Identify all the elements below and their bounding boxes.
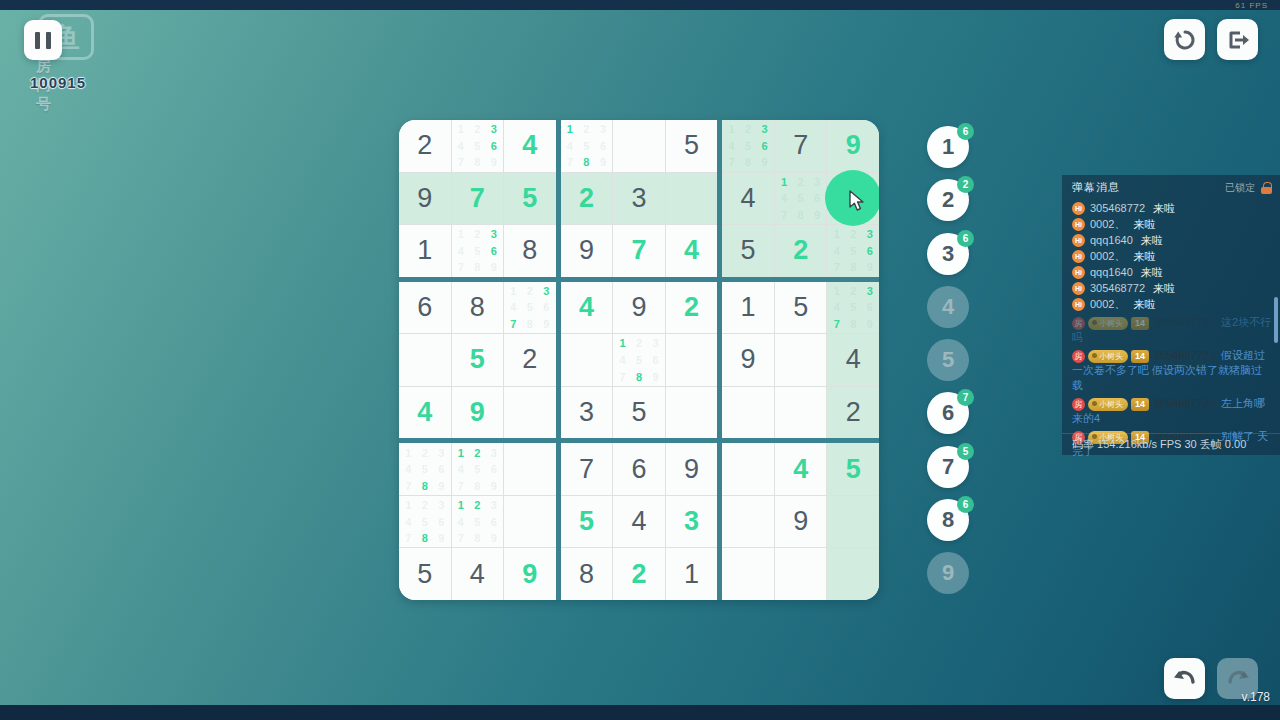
cell-r7c9[interactable]: 5: [827, 443, 879, 495]
arrival-action: 来啦: [1141, 265, 1163, 280]
hi-badge-icon: Hi: [1072, 298, 1085, 311]
arrival-message: Hiqqq1640来啦: [1072, 232, 1272, 248]
cell-digit: 7: [631, 235, 646, 266]
cell-r8c3[interactable]: [504, 496, 556, 548]
cell-r2c6[interactable]: [666, 173, 718, 225]
cell-r7c1[interactable]: 123456789: [399, 443, 451, 495]
cell-r6c4[interactable]: 3: [561, 387, 613, 439]
cell-digit: 5: [793, 292, 808, 323]
fan-club-badge-icon: 小树头: [1088, 317, 1128, 330]
pause-button[interactable]: [24, 20, 62, 60]
cell-digit: 4: [631, 506, 646, 537]
cell-digit: 8: [470, 292, 485, 323]
box-1-1: 2123456789497511234567898: [399, 120, 556, 277]
cell-digit: 9: [741, 344, 756, 375]
cell-digit: 7: [579, 454, 594, 485]
cell-r6c2[interactable]: 9: [452, 387, 504, 439]
pencil-marks: 123456789: [828, 226, 878, 276]
cell-r6c6[interactable]: [666, 387, 718, 439]
room-admin-badge-icon: 房: [1072, 398, 1085, 411]
hi-badge-icon: Hi: [1072, 250, 1085, 263]
cell-digit: 2: [522, 344, 537, 375]
cell-digit: 9: [579, 235, 594, 266]
cell-r5c9[interactable]: 4: [827, 334, 879, 386]
remaining-count-badge: 6: [957, 230, 974, 247]
arrival-message: Hi0002、来啦: [1072, 248, 1272, 264]
danmaku-header: 弹幕消息 已锁定: [1062, 175, 1280, 198]
cell-r1c2[interactable]: 123456789: [452, 120, 504, 172]
cell-digit: 2: [579, 183, 594, 214]
numpad-button-9[interactable]: 9: [927, 552, 969, 594]
cell-r9c5[interactable]: 2: [613, 548, 665, 600]
danmaku-panel: 弹幕消息 已锁定 Hi305468772来啦Hi0002、来啦Hiqqq1640…: [1062, 175, 1280, 455]
cell-digit: 2: [631, 559, 646, 590]
chat-username: 305468772：: [1154, 349, 1220, 361]
cell-r2c4[interactable]: 2: [561, 173, 613, 225]
danmaku-lock-label: 已锁定: [1225, 181, 1255, 195]
danmaku-message-list: Hi305468772来啦Hi0002、来啦Hiqqq1640来啦Hi0002、…: [1062, 198, 1280, 459]
arrival-action: 来啦: [1153, 281, 1175, 296]
cell-digit: 5: [631, 397, 646, 428]
mouse-cursor-icon: [849, 190, 867, 212]
cell-r5c4[interactable]: [561, 334, 613, 386]
cell-r8c1[interactable]: 123456789: [399, 496, 451, 548]
cell-r5c7[interactable]: 9: [722, 334, 774, 386]
cell-r4c7[interactable]: 1: [722, 282, 774, 334]
pause-icon: [35, 32, 40, 49]
remaining-count-badge: 2: [957, 176, 974, 193]
cell-r4c9[interactable]: 123456789: [827, 282, 879, 334]
cell-digit: 4: [846, 344, 861, 375]
cell-r7c5[interactable]: 6: [613, 443, 665, 495]
hi-badge-icon: Hi: [1072, 282, 1085, 295]
numpad-button-6[interactable]: 67: [927, 392, 969, 434]
cell-r9c6[interactable]: 1: [666, 548, 718, 600]
cell-r8c6[interactable]: 3: [666, 496, 718, 548]
undo-button[interactable]: [1164, 658, 1205, 699]
chat-message: 房小树头14305468772：假设超过一次卷不多了吧 假设两次错了就猪脑过载: [1072, 348, 1272, 393]
cell-r8c2[interactable]: 123456789: [452, 496, 504, 548]
cell-digit: 8: [522, 235, 537, 266]
cell-r4c4[interactable]: 4: [561, 282, 613, 334]
arrival-action: 来啦: [1133, 297, 1155, 312]
room-admin-badge-icon: 房: [1072, 350, 1085, 363]
cell-digit: 2: [793, 235, 808, 266]
arrival-message: Hi305468772来啦: [1072, 200, 1272, 216]
stream-stats: 码率 154.216kb/s FPS 30 丢帧 0.00: [1062, 433, 1280, 455]
room-number-value: 100915: [30, 74, 86, 91]
cell-r7c8[interactable]: 4: [775, 443, 827, 495]
cell-digit: 1: [741, 292, 756, 323]
cell-digit: 2: [684, 292, 699, 323]
cell-r1c1[interactable]: 2: [399, 120, 451, 172]
box-2-1: 681234567895249: [399, 282, 556, 439]
cell-digit: 5: [470, 344, 485, 375]
cell-r1c6[interactable]: 5: [666, 120, 718, 172]
numpad-button-7[interactable]: 75: [927, 446, 969, 488]
danmaku-title: 弹幕消息: [1072, 180, 1120, 195]
cell-r1c5[interactable]: [613, 120, 665, 172]
cell-r6c8[interactable]: [775, 387, 827, 439]
cell-r7c7[interactable]: [722, 443, 774, 495]
cell-r1c7[interactable]: 123456789: [722, 120, 774, 172]
numpad-button-5[interactable]: 5: [927, 339, 969, 381]
version-label: v.178: [1242, 690, 1270, 704]
cell-r3c4[interactable]: 9: [561, 225, 613, 277]
cell-r8c4[interactable]: 5: [561, 496, 613, 548]
box-2-2: 49212345678935: [561, 282, 718, 439]
pencil-marks: 123456789: [453, 121, 503, 171]
arrival-action: 来啦: [1133, 249, 1155, 264]
chat-message: 房小树头14305468772：左上角哪来的4: [1072, 396, 1272, 426]
cell-r9c2[interactable]: 4: [452, 548, 504, 600]
lock-icon[interactable]: [1261, 182, 1272, 194]
cell-digit: 6: [417, 292, 432, 323]
cell-r5c3[interactable]: 2: [504, 334, 556, 386]
level-badge-icon: 14: [1131, 398, 1149, 411]
arrival-message: Hi305468772来啦: [1072, 280, 1272, 296]
cell-r6c7[interactable]: [722, 387, 774, 439]
cell-digit: 8: [579, 559, 594, 590]
cell-digit: 5: [417, 559, 432, 590]
hi-badge-icon: Hi: [1072, 234, 1085, 247]
cell-r1c3[interactable]: 4: [504, 120, 556, 172]
numpad-button-1[interactable]: 16: [927, 126, 969, 168]
pencil-marks: 123456789: [828, 283, 878, 333]
cell-r2c9[interactable]: [827, 173, 879, 225]
cell-r1c4[interactable]: 123456789: [561, 120, 613, 172]
cell-r7c3[interactable]: [504, 443, 556, 495]
cell-r2c3[interactable]: 5: [504, 173, 556, 225]
pencil-marks: 123456789: [614, 335, 664, 385]
cell-r4c1[interactable]: 6: [399, 282, 451, 334]
numpad-button-4[interactable]: 4: [927, 286, 969, 328]
cell-r3c3[interactable]: 8: [504, 225, 556, 277]
pencil-marks: 123456789: [453, 497, 503, 547]
cell-r7c4[interactable]: 7: [561, 443, 613, 495]
cell-digit: 3: [684, 506, 699, 537]
exit-button[interactable]: [1217, 19, 1258, 60]
arrival-username: qqq1640: [1090, 266, 1133, 278]
cell-digit: 9: [684, 454, 699, 485]
fan-club-badge-icon: 小树头: [1088, 398, 1128, 411]
cell-r6c5[interactable]: 5: [613, 387, 665, 439]
chat-username: 305468772：: [1154, 316, 1220, 328]
cell-digit: 9: [631, 292, 646, 323]
cell-digit: 4: [684, 235, 699, 266]
remaining-count-badge: 6: [957, 123, 974, 140]
arrival-message: Hi0002、来啦: [1072, 216, 1272, 232]
cell-r9c1[interactable]: 5: [399, 548, 451, 600]
cell-digit: 1: [684, 559, 699, 590]
room-admin-badge-icon: 房: [1072, 317, 1085, 330]
box-3-2: 769543821: [561, 443, 718, 600]
level-badge-icon: 14: [1131, 317, 1149, 330]
cell-r1c9[interactable]: 9: [827, 120, 879, 172]
arrival-message: Hiqqq1640来啦: [1072, 264, 1272, 280]
box-3-3: 459: [722, 443, 879, 600]
cell-digit: 5: [579, 506, 594, 537]
cell-r3c9[interactable]: 123456789: [827, 225, 879, 277]
cell-digit: 9: [793, 506, 808, 537]
cell-digit: 4: [579, 292, 594, 323]
numpad-button-3[interactable]: 36: [927, 233, 969, 275]
undo-icon: [1172, 666, 1198, 692]
cell-r4c3[interactable]: 123456789: [504, 282, 556, 334]
fps-overlay: 61 FPS: [1235, 1, 1268, 10]
cell-digit: 4: [470, 559, 485, 590]
cell-digit: 3: [579, 397, 594, 428]
box-3-1: 123456789123456789123456789123456789549: [399, 443, 556, 600]
cell-digit: 9: [522, 559, 537, 590]
pencil-marks: 123456789: [453, 444, 503, 494]
remaining-count-badge: 6: [957, 496, 974, 513]
cell-digit: 2: [846, 397, 861, 428]
cell-r3c1[interactable]: 1: [399, 225, 451, 277]
number-pad: 162236456775869: [927, 126, 969, 594]
arrival-action: 来啦: [1133, 217, 1155, 232]
box-2-3: 15123456789942: [722, 282, 879, 439]
cell-digit: 7: [470, 183, 485, 214]
cell-r8c9[interactable]: [827, 496, 879, 548]
cell-digit: 1: [417, 235, 432, 266]
arrival-username: 305468772: [1090, 282, 1145, 294]
pencil-marks: 123456789: [453, 226, 503, 276]
level-badge-icon: 14: [1131, 350, 1149, 363]
chat-username: 305468772：: [1154, 397, 1220, 409]
cell-digit: 4: [417, 397, 432, 428]
bottom-letterbox-strip: [0, 705, 1280, 720]
exit-icon: [1226, 28, 1250, 52]
arrival-username: qqq1640: [1090, 234, 1133, 246]
cell-r2c2[interactable]: 7: [452, 173, 504, 225]
cell-r6c3[interactable]: [504, 387, 556, 439]
pencil-marks: 123456789: [776, 174, 826, 224]
pencil-marks: 123456789: [562, 121, 612, 171]
pencil-marks: 123456789: [505, 283, 555, 333]
cell-r8c7[interactable]: [722, 496, 774, 548]
cell-r4c8[interactable]: 5: [775, 282, 827, 334]
top-letterbox-strip: 61 FPS: [0, 0, 1280, 10]
cell-r5c6[interactable]: [666, 334, 718, 386]
pencil-marks: 123456789: [400, 497, 450, 547]
cell-r5c1[interactable]: [399, 334, 451, 386]
cell-r3c7[interactable]: 5: [722, 225, 774, 277]
box-1-2: 123456789523974: [561, 120, 718, 277]
remaining-count-badge: 5: [957, 443, 974, 460]
arrival-action: 来啦: [1141, 233, 1163, 248]
cell-r8c8[interactable]: 9: [775, 496, 827, 548]
cell-r3c8[interactable]: 2: [775, 225, 827, 277]
arrival-username: 305468772: [1090, 202, 1145, 214]
cell-r5c5[interactable]: 123456789: [613, 334, 665, 386]
cell-digit: 6: [631, 454, 646, 485]
chat-message: 房小树头14305468772：这2块不行吗: [1072, 315, 1272, 345]
cell-r2c8[interactable]: 123456789: [775, 173, 827, 225]
arrival-username: 0002、: [1090, 217, 1125, 232]
arrival-username: 0002、: [1090, 249, 1125, 264]
restart-button[interactable]: [1164, 19, 1205, 60]
numpad-button-8[interactable]: 86: [927, 499, 969, 541]
pencil-marks: 123456789: [723, 121, 773, 171]
cell-digit: 9: [417, 183, 432, 214]
hi-badge-icon: Hi: [1072, 266, 1085, 279]
cell-r7c6[interactable]: 9: [666, 443, 718, 495]
remaining-count-badge: 7: [957, 389, 974, 406]
hi-badge-icon: Hi: [1072, 218, 1085, 231]
fan-club-badge-icon: 小树头: [1088, 350, 1128, 363]
cell-digit: 5: [741, 235, 756, 266]
chat-scrollbar-thumb[interactable]: [1274, 297, 1278, 343]
restart-icon: [1173, 28, 1197, 52]
cell-digit: 5: [522, 183, 537, 214]
cell-r3c2[interactable]: 123456789: [452, 225, 504, 277]
cell-r5c2[interactable]: 5: [452, 334, 504, 386]
cell-digit: 5: [846, 454, 861, 485]
cell-r2c5[interactable]: 3: [613, 173, 665, 225]
arrival-username: 0002、: [1090, 297, 1125, 312]
cell-r9c9[interactable]: [827, 548, 879, 600]
cell-digit: 9: [470, 397, 485, 428]
cell-digit: 4: [522, 130, 537, 161]
numpad-button-2[interactable]: 22: [927, 179, 969, 221]
cell-digit: 9: [846, 130, 861, 161]
redo-icon: [1225, 666, 1251, 692]
hi-badge-icon: Hi: [1072, 202, 1085, 215]
cell-r4c5[interactable]: 9: [613, 282, 665, 334]
cell-r5c8[interactable]: [775, 334, 827, 386]
cell-r1c8[interactable]: 7: [775, 120, 827, 172]
cell-r6c1[interactable]: 4: [399, 387, 451, 439]
cell-r6c9[interactable]: 2: [827, 387, 879, 439]
cell-r2c1[interactable]: 9: [399, 173, 451, 225]
cell-digit: 5: [684, 130, 699, 161]
cell-digit: 3: [631, 183, 646, 214]
pause-icon: [46, 32, 51, 49]
cell-r2c7[interactable]: 4: [722, 173, 774, 225]
cell-digit: 2: [417, 130, 432, 161]
cell-r3c5[interactable]: 7: [613, 225, 665, 277]
cell-digit: 4: [793, 454, 808, 485]
arrival-message: Hi0002、来啦: [1072, 296, 1272, 312]
cell-r9c8[interactable]: [775, 548, 827, 600]
cell-r4c2[interactable]: 8: [452, 282, 504, 334]
cell-digit: 7: [793, 130, 808, 161]
cell-digit: 4: [741, 183, 756, 214]
cell-r7c2[interactable]: 123456789: [452, 443, 504, 495]
cell-r9c3[interactable]: 9: [504, 548, 556, 600]
cell-r8c5[interactable]: 4: [613, 496, 665, 548]
box-1-3: 123456789794123456789 52123456789: [722, 120, 879, 277]
cell-r9c7[interactable]: [722, 548, 774, 600]
pencil-marks: 123456789: [400, 444, 450, 494]
sudoku-board: 2123456789497511234567898123456789523974…: [399, 120, 879, 600]
cell-r3c6[interactable]: 4: [666, 225, 718, 277]
cell-r4c6[interactable]: 2: [666, 282, 718, 334]
cell-r9c4[interactable]: 8: [561, 548, 613, 600]
arrival-action: 来啦: [1153, 201, 1175, 216]
